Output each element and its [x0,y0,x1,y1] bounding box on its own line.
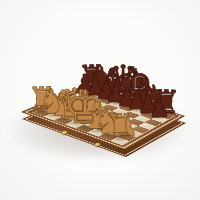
chess-set-photo: ♜♞♝♛♚♝♞♜♟♟♟♟♟♟♟♟♟♟♟♟♟♟♟♟♜♞♝♛♚♝♞♜ [0,0,200,200]
piece-white-rook[interactable]: ♜ [105,110,135,143]
piece-black-pawn[interactable]: ♟ [148,95,171,121]
